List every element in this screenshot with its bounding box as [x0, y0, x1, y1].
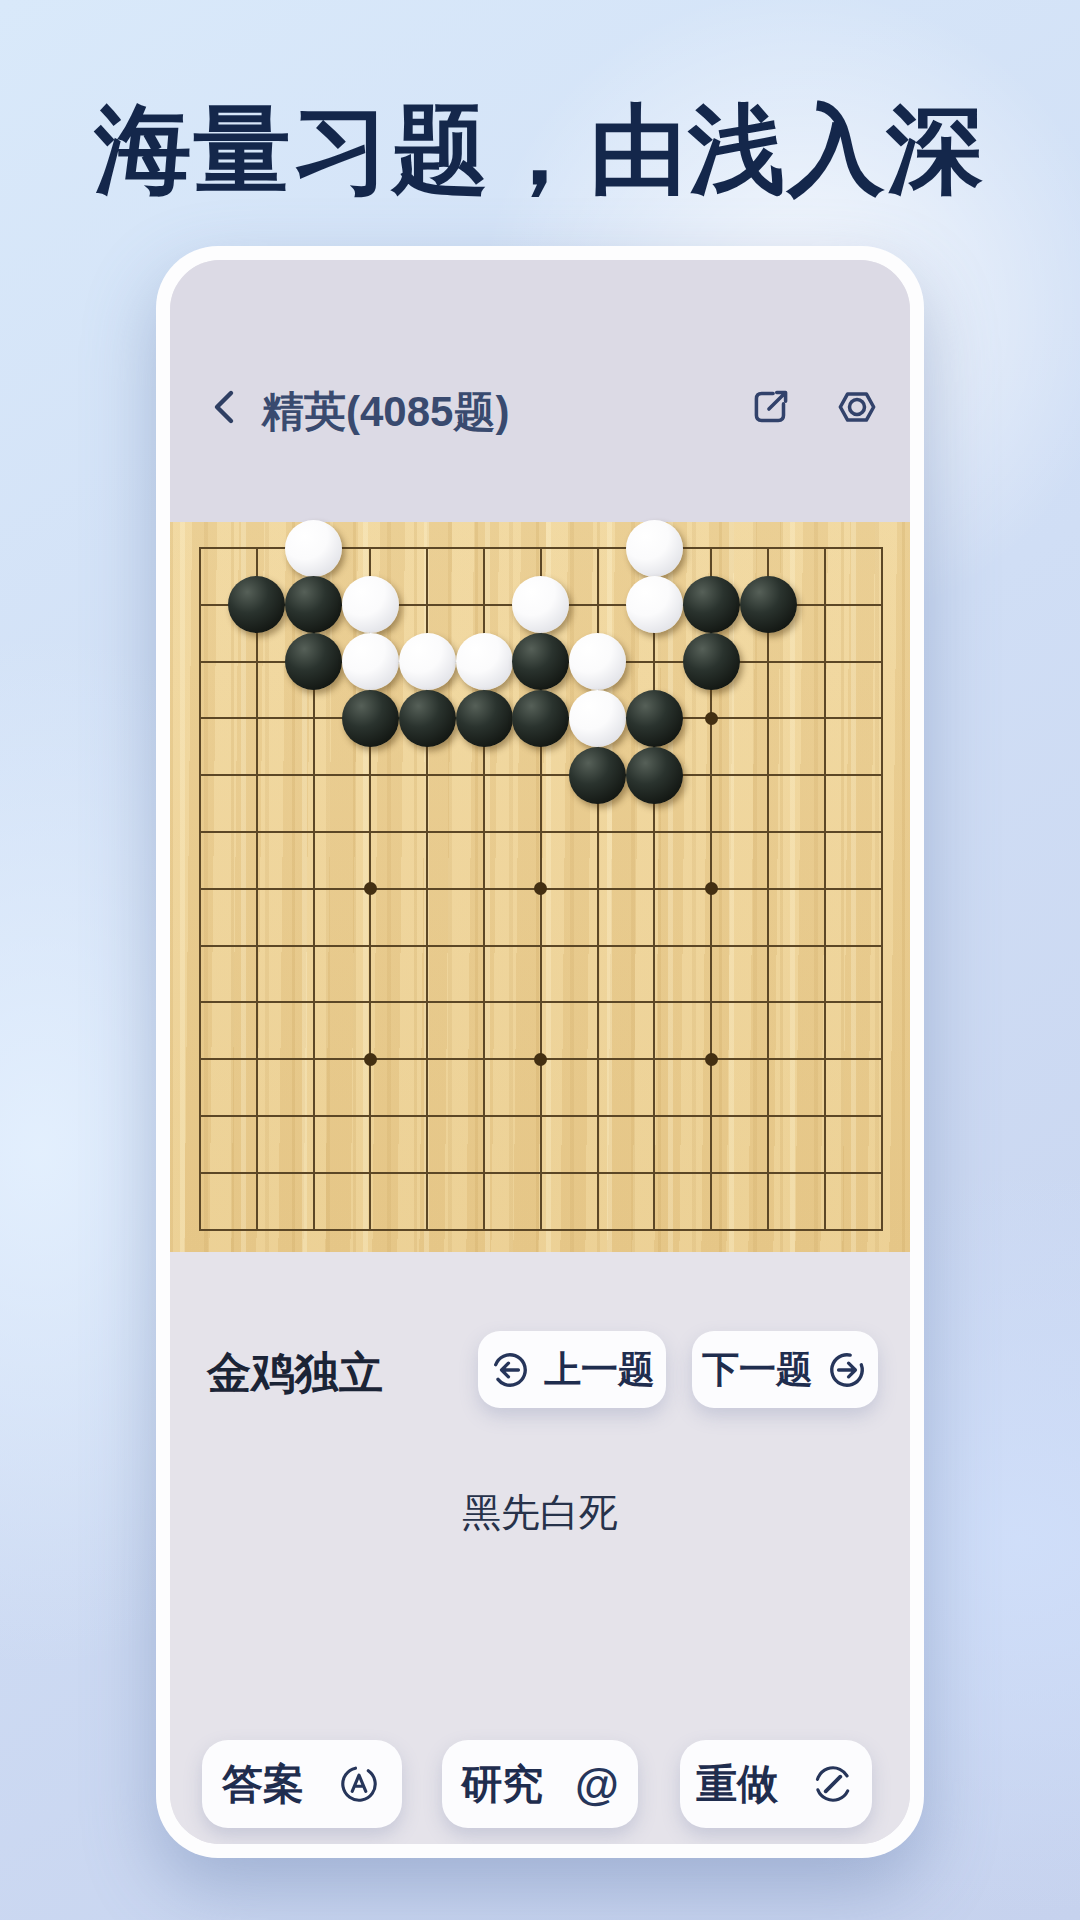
stone-black: [626, 747, 683, 804]
stone-white: [569, 633, 626, 690]
stone-white: [512, 576, 569, 633]
stone-black: [683, 576, 740, 633]
stone-white: [456, 633, 513, 690]
phone-screen: 精英(4085题) 金鸡独立: [170, 260, 910, 1844]
stone-black: [740, 576, 797, 633]
redo-button[interactable]: 重做: [680, 1740, 872, 1828]
stone-black: [285, 633, 342, 690]
stone-black: [342, 690, 399, 747]
grid-line-vertical: [881, 547, 883, 1231]
redo-circle-icon: [810, 1761, 856, 1807]
puzzle-name: 金鸡独立: [207, 1344, 383, 1403]
stone-white: [285, 520, 342, 577]
grid-line-vertical: [767, 547, 769, 1231]
settings-icon[interactable]: [832, 382, 882, 432]
star-point: [705, 882, 718, 895]
grid-line-horizontal: [199, 945, 883, 947]
next-problem-label: 下一题: [702, 1345, 813, 1395]
chevron-left-icon: [204, 384, 250, 430]
page: 海量习题，由浅入深 精英(4085题): [0, 0, 1080, 1920]
stone-black: [399, 690, 456, 747]
stone-black: [512, 633, 569, 690]
grid-line-vertical: [653, 547, 655, 1231]
stone-black: [626, 690, 683, 747]
grid-line-horizontal: [199, 1115, 883, 1117]
stone-white: [626, 520, 683, 577]
answer-label: 答案: [222, 1757, 304, 1812]
stone-black: [569, 747, 626, 804]
page-title: 海量习题，由浅入深: [0, 86, 1080, 217]
puzzle-statement: 黑先白死: [170, 1486, 910, 1540]
star-point: [364, 1053, 377, 1066]
stone-black: [456, 690, 513, 747]
stone-white: [399, 633, 456, 690]
stone-white: [569, 690, 626, 747]
grid-line-vertical: [824, 547, 826, 1231]
stone-white: [342, 576, 399, 633]
star-point: [705, 1053, 718, 1066]
arrow-right-circle-icon: [826, 1349, 868, 1391]
prev-problem-button[interactable]: 上一题: [478, 1331, 666, 1408]
star-point: [364, 882, 377, 895]
share-icon[interactable]: [746, 382, 796, 432]
research-label: 研究: [461, 1757, 543, 1812]
stone-black: [285, 576, 342, 633]
app-header: 精英(4085题): [170, 260, 910, 522]
star-point: [705, 712, 718, 725]
go-board[interactable]: [170, 522, 910, 1252]
stone-black: [228, 576, 285, 633]
arrow-left-circle-icon: [489, 1349, 531, 1391]
grid-line-horizontal: [199, 1172, 883, 1174]
star-point: [534, 1053, 547, 1066]
redo-label: 重做: [696, 1757, 778, 1812]
stone-black: [683, 633, 740, 690]
at-sign-icon: @: [575, 1762, 619, 1807]
prev-problem-label: 上一题: [544, 1345, 655, 1395]
grid-line-horizontal: [199, 1001, 883, 1003]
phone-mockup: 精英(4085题) 金鸡独立: [156, 246, 924, 1858]
circled-a-icon: [336, 1761, 382, 1807]
app-title: 精英(4085题): [262, 384, 509, 440]
research-button[interactable]: 研究 @: [442, 1740, 638, 1828]
answer-button[interactable]: 答案: [202, 1740, 402, 1828]
next-problem-button[interactable]: 下一题: [692, 1331, 878, 1408]
stone-black: [512, 690, 569, 747]
back-button[interactable]: [204, 384, 250, 430]
stone-white: [626, 576, 683, 633]
grid-line-horizontal: [199, 1229, 883, 1231]
stone-white: [342, 633, 399, 690]
star-point: [534, 882, 547, 895]
bottom-panel: 金鸡独立 上一题 下一题: [170, 1252, 910, 1844]
